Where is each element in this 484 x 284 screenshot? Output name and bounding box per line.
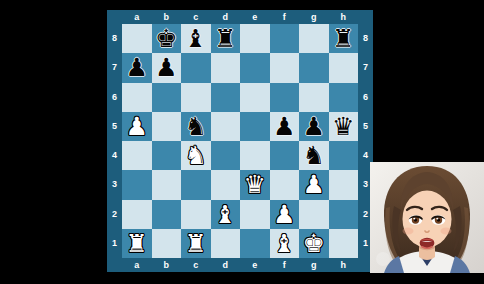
square-f3[interactable] [270,170,300,199]
square-f8[interactable] [270,24,300,53]
rank-label-6-right: 6 [358,83,373,112]
rank-label-7-right: 7 [358,53,373,82]
square-f1[interactable]: ♝ [270,229,300,258]
white-bishop-f1[interactable]: ♝ [273,229,295,258]
black-bishop-c8[interactable]: ♝ [185,24,207,53]
file-label-e-bottom: e [240,258,270,272]
square-d7[interactable] [211,53,241,82]
file-label-b-top: b [152,10,182,24]
square-e1[interactable] [240,229,270,258]
file-label-e-top: e [240,10,270,24]
square-e2[interactable] [240,200,270,229]
square-c2[interactable] [181,200,211,229]
black-knight-g4[interactable]: ♞ [303,141,325,170]
square-h7[interactable] [329,53,359,82]
white-queen-e3[interactable]: ♛ [244,170,266,199]
square-a5[interactable]: ♟ [122,112,152,141]
file-label-d-bottom: d [211,258,241,272]
white-pawn-g3[interactable]: ♟ [303,170,325,199]
rank-label-4-left: 4 [107,141,122,170]
board-corner [107,10,122,24]
rank-label-7-left: 7 [107,53,122,82]
file-label-h-top: h [329,10,359,24]
file-label-c-bottom: c [181,258,211,272]
black-knight-c5[interactable]: ♞ [185,112,207,141]
file-label-c-top: c [181,10,211,24]
square-b7[interactable]: ♟ [152,53,182,82]
square-h6[interactable] [329,83,359,112]
square-a3[interactable] [122,170,152,199]
rank-label-8-right: 8 [358,24,373,53]
square-f6[interactable] [270,83,300,112]
file-label-a-bottom: a [122,258,152,272]
black-rook-h8[interactable]: ♜ [332,24,354,53]
square-g5[interactable]: ♟ [299,112,329,141]
square-g7[interactable] [299,53,329,82]
black-king-b8[interactable]: ♚ [155,24,177,53]
board-corner [358,10,373,24]
square-a7[interactable]: ♟ [122,53,152,82]
square-e7[interactable] [240,53,270,82]
square-c6[interactable] [181,83,211,112]
file-label-f-bottom: f [270,258,300,272]
file-label-a-top: a [122,10,152,24]
white-bishop-d2[interactable]: ♝ [214,200,236,229]
square-b8[interactable]: ♚ [152,24,182,53]
square-f7[interactable] [270,53,300,82]
square-f4[interactable] [270,141,300,170]
square-a8[interactable] [122,24,152,53]
square-c4[interactable]: ♞ [181,141,211,170]
black-pawn-a7[interactable]: ♟ [126,53,148,82]
white-pawn-a5[interactable]: ♟ [126,112,148,141]
square-g8[interactable] [299,24,329,53]
square-e3[interactable]: ♛ [240,170,270,199]
file-label-b-bottom: b [152,258,182,272]
square-d8[interactable]: ♜ [211,24,241,53]
file-label-f-top: f [270,10,300,24]
square-d6[interactable] [211,83,241,112]
square-e5[interactable] [240,112,270,141]
square-g1[interactable]: ♚ [299,229,329,258]
white-rook-c1[interactable]: ♜ [185,229,207,258]
square-d4[interactable] [211,141,241,170]
board-corner [107,258,122,272]
white-knight-c4[interactable]: ♞ [185,141,207,170]
square-a1[interactable]: ♜ [122,229,152,258]
square-a4[interactable] [122,141,152,170]
square-h5[interactable]: ♛ [329,112,359,141]
square-c1[interactable]: ♜ [181,229,211,258]
rank-label-6-left: 6 [107,83,122,112]
file-label-g-bottom: g [299,258,329,272]
square-d1[interactable] [211,229,241,258]
black-pawn-g5[interactable]: ♟ [303,112,325,141]
white-rook-a1[interactable]: ♜ [126,229,148,258]
black-pawn-b7[interactable]: ♟ [155,53,177,82]
black-queen-h5[interactable]: ♛ [332,112,354,141]
square-h1[interactable] [329,229,359,258]
square-b6[interactable] [152,83,182,112]
square-g2[interactable] [299,200,329,229]
square-h2[interactable] [329,200,359,229]
square-b1[interactable] [152,229,182,258]
square-c7[interactable] [181,53,211,82]
square-e4[interactable] [240,141,270,170]
square-h4[interactable] [329,141,359,170]
black-pawn-f5[interactable]: ♟ [273,112,295,141]
square-a2[interactable] [122,200,152,229]
square-g3[interactable]: ♟ [299,170,329,199]
square-h8[interactable]: ♜ [329,24,359,53]
file-label-g-top: g [299,10,329,24]
square-e8[interactable] [240,24,270,53]
square-b4[interactable] [152,141,182,170]
file-label-h-bottom: h [329,258,359,272]
rank-label-2-left: 2 [107,200,122,229]
white-pawn-f2[interactable]: ♟ [273,200,295,229]
square-c3[interactable] [181,170,211,199]
square-d3[interactable] [211,170,241,199]
rank-label-5-left: 5 [107,112,122,141]
square-d5[interactable] [211,112,241,141]
square-c8[interactable]: ♝ [181,24,211,53]
square-b5[interactable] [152,112,182,141]
square-d2[interactable]: ♝ [211,200,241,229]
black-rook-d8[interactable]: ♜ [214,24,236,53]
avatar-image [370,162,484,273]
square-a6[interactable] [122,83,152,112]
rank-label-1-left: 1 [107,229,122,258]
square-g4[interactable]: ♞ [299,141,329,170]
rank-label-5-right: 5 [358,112,373,141]
avatar-illustration [370,162,484,273]
square-h3[interactable] [329,170,359,199]
chess-board: abcdefgh8♚♝♜♜87♟♟7665♟♞♟♟♛54♞♞43♛♟32♝♟21… [107,10,373,272]
rank-label-8-left: 8 [107,24,122,53]
white-king-g1[interactable]: ♚ [303,229,325,258]
square-f5[interactable]: ♟ [270,112,300,141]
square-b2[interactable] [152,200,182,229]
square-f2[interactable]: ♟ [270,200,300,229]
square-c5[interactable]: ♞ [181,112,211,141]
square-b3[interactable] [152,170,182,199]
square-e6[interactable] [240,83,270,112]
rank-label-3-left: 3 [107,170,122,199]
file-label-d-top: d [211,10,241,24]
square-g6[interactable] [299,83,329,112]
